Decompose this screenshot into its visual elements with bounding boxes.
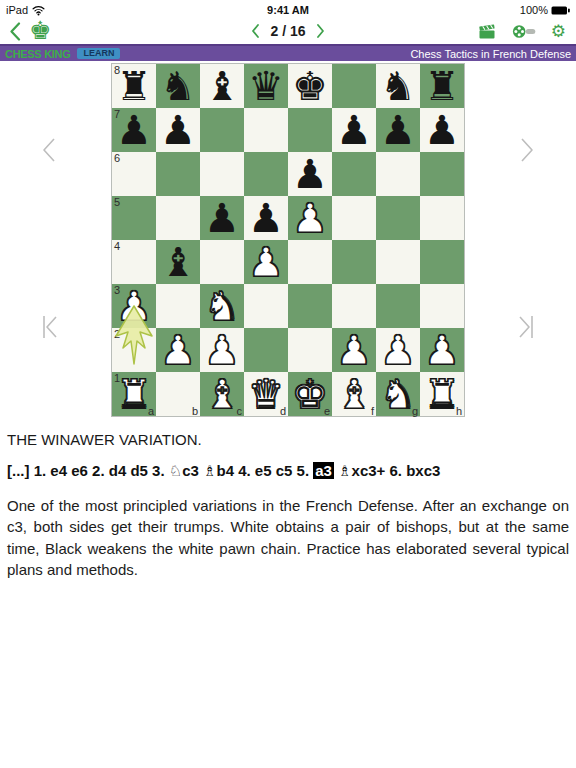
move-token: xc3+ 6. bxc3	[352, 462, 441, 479]
square-b4[interactable]: ♝	[156, 240, 200, 284]
rank-label: 6	[114, 152, 120, 164]
black-king: ♚	[292, 66, 328, 106]
square-h3[interactable]	[420, 284, 464, 328]
square-a1[interactable]: 1a♜	[112, 372, 156, 416]
pager-label: 2 / 16	[270, 23, 305, 39]
black-rook: ♜	[424, 66, 460, 106]
square-e4[interactable]	[288, 240, 332, 284]
back-chevron-icon[interactable]	[10, 22, 21, 41]
chess-king-logo-icon[interactable]: ♚	[29, 20, 51, 42]
nav-bar: ♚ 2 / 16 ⚙	[0, 18, 576, 44]
white-knight: ♞	[380, 374, 416, 414]
prev-move-icon[interactable]	[42, 137, 56, 163]
square-c3[interactable]: ♞	[200, 284, 244, 328]
rank-label: 1	[114, 372, 120, 384]
square-e7[interactable]	[288, 108, 332, 152]
rank-label: 4	[114, 240, 120, 252]
moves-line[interactable]: [...] 1. e4 e6 2. d4 d5 3. ♘c3 ♗b4 4. e5…	[7, 462, 569, 480]
black-pawn: ♟	[292, 154, 328, 194]
black-knight: ♞	[160, 66, 196, 106]
square-a6[interactable]: 6	[112, 152, 156, 196]
board-wrap: 8♜♞♝♛♚♞♜7♟♟♟♟♟6♟5♟♟♟4♝♟3♟♞2♟♟♟♟♟1a♜bc♝d♛…	[111, 63, 465, 417]
rank-label: 2	[114, 328, 120, 340]
square-d7[interactable]	[244, 108, 288, 152]
rank-label: 5	[114, 196, 120, 208]
white-pawn: ♟	[380, 330, 416, 370]
square-h8[interactable]: ♜	[420, 64, 464, 108]
square-c5[interactable]: ♟	[200, 196, 244, 240]
square-c8[interactable]: ♝	[200, 64, 244, 108]
move-token: b4 4. e5 c5 5.	[217, 462, 314, 479]
brand-logo: CHESS KING	[5, 48, 70, 60]
page-pager: 2 / 16	[251, 23, 324, 39]
move-token: ♘	[169, 462, 182, 480]
square-d3[interactable]	[244, 284, 288, 328]
square-g3[interactable]	[376, 284, 420, 328]
battery-icon	[551, 6, 570, 15]
move-token: ♗	[338, 462, 351, 480]
square-c4[interactable]	[200, 240, 244, 284]
battery-percent: 100%	[520, 4, 548, 16]
settings-gear-icon[interactable]: ⚙	[551, 23, 566, 40]
square-e5[interactable]: ♟	[288, 196, 332, 240]
square-d5[interactable]: ♟	[244, 196, 288, 240]
square-a3[interactable]: 3♟	[112, 284, 156, 328]
square-g8[interactable]: ♞	[376, 64, 420, 108]
black-pawn: ♟	[248, 198, 284, 238]
white-bishop: ♝	[336, 374, 372, 414]
next-page-icon[interactable]	[317, 24, 325, 38]
course-title: Chess Tactics in French Defense	[410, 48, 571, 60]
square-b7[interactable]: ♟	[156, 108, 200, 152]
white-pawn: ♟	[248, 242, 284, 282]
file-label: b	[192, 405, 198, 417]
white-pawn: ♟	[336, 330, 372, 370]
square-h1[interactable]: h♜	[420, 372, 464, 416]
current-move[interactable]: a3	[313, 462, 334, 479]
white-king: ♚	[292, 374, 328, 414]
file-label: g	[412, 405, 418, 417]
square-c1[interactable]: c♝	[200, 372, 244, 416]
black-knight: ♞	[380, 66, 416, 106]
square-g1[interactable]: g♞	[376, 372, 420, 416]
move-token: ♗	[203, 462, 216, 480]
white-pawn: ♟	[292, 198, 328, 238]
square-e3[interactable]	[288, 284, 332, 328]
square-f8[interactable]	[332, 64, 376, 108]
square-b3[interactable]	[156, 284, 200, 328]
square-b5[interactable]	[156, 196, 200, 240]
white-rook: ♜	[116, 374, 152, 414]
file-label: d	[280, 405, 286, 417]
move-token: [...] 1. e4 e6 2. d4 d5 3.	[7, 462, 169, 479]
first-move-icon[interactable]	[42, 315, 58, 339]
square-a2[interactable]: 2	[112, 328, 156, 372]
square-b1[interactable]: b	[156, 372, 200, 416]
file-label: f	[371, 405, 374, 417]
square-g7[interactable]: ♟	[376, 108, 420, 152]
square-g6[interactable]	[376, 152, 420, 196]
black-pawn: ♟	[160, 110, 196, 150]
square-f2[interactable]: ♟	[332, 328, 376, 372]
move-token: c3	[182, 462, 203, 479]
square-d4[interactable]: ♟	[244, 240, 288, 284]
white-pawn: ♟	[160, 330, 196, 370]
square-a5[interactable]: 5	[112, 196, 156, 240]
square-e1[interactable]: e♚	[288, 372, 332, 416]
square-d8[interactable]: ♛	[244, 64, 288, 108]
movie-clapper-icon[interactable]	[478, 23, 497, 40]
square-g4[interactable]	[376, 240, 420, 284]
learn-badge: LEARN	[77, 48, 120, 59]
white-pawn: ♟	[116, 286, 152, 326]
lesson-panel: THE WINAWER VARIATION. [...] 1. e4 e6 2.…	[0, 417, 576, 580]
square-e6[interactable]: ♟	[288, 152, 332, 196]
black-bishop: ♝	[160, 242, 196, 282]
lesson-title: THE WINAWER VARIATION.	[7, 431, 569, 448]
clock-time: 9:41 AM	[267, 4, 309, 16]
next-move-icon[interactable]	[520, 137, 534, 163]
black-pawn: ♟	[424, 110, 460, 150]
board-section: 8♜♞♝♛♚♞♜7♟♟♟♟♟6♟5♟♟♟4♝♟3♟♞2♟♟♟♟♟1a♜bc♝d♛…	[0, 63, 576, 417]
square-e2[interactable]	[288, 328, 332, 372]
square-f5[interactable]	[332, 196, 376, 240]
square-g5[interactable]	[376, 196, 420, 240]
square-f4[interactable]	[332, 240, 376, 284]
device-label: iPad	[6, 4, 28, 16]
square-c7[interactable]	[200, 108, 244, 152]
square-b8[interactable]: ♞	[156, 64, 200, 108]
black-pawn: ♟	[336, 110, 372, 150]
black-rook: ♜	[116, 66, 152, 106]
square-f7[interactable]: ♟	[332, 108, 376, 152]
square-e8[interactable]: ♚	[288, 64, 332, 108]
white-knight: ♞	[204, 286, 240, 326]
file-label: c	[237, 405, 243, 417]
black-queen: ♛	[248, 66, 284, 106]
square-d6[interactable]	[244, 152, 288, 196]
lesson-paragraph: One of the most principled variations in…	[7, 495, 569, 580]
square-a8[interactable]: 8♜	[112, 64, 156, 108]
square-d1[interactable]: d♛	[244, 372, 288, 416]
white-rook: ♜	[424, 374, 460, 414]
white-bishop: ♝	[204, 374, 240, 414]
square-g2[interactable]: ♟	[376, 328, 420, 372]
white-queen: ♛	[248, 374, 284, 414]
square-h6[interactable]	[420, 152, 464, 196]
square-h4[interactable]	[420, 240, 464, 284]
black-pawn: ♟	[380, 110, 416, 150]
square-h7[interactable]: ♟	[420, 108, 464, 152]
prev-page-icon[interactable]	[251, 24, 259, 38]
chess-board: 8♜♞♝♛♚♞♜7♟♟♟♟♟6♟5♟♟♟4♝♟3♟♞2♟♟♟♟♟1a♜bc♝d♛…	[112, 64, 464, 416]
square-h2[interactable]: ♟	[420, 328, 464, 372]
file-label: e	[324, 405, 330, 417]
square-f3[interactable]	[332, 284, 376, 328]
square-d2[interactable]	[244, 328, 288, 372]
white-pawn: ♟	[424, 330, 460, 370]
wifi-icon	[32, 5, 45, 16]
rank-label: 3	[114, 284, 120, 296]
black-pawn: ♟	[204, 198, 240, 238]
square-a7[interactable]: 7♟	[112, 108, 156, 152]
square-c2[interactable]: ♟	[200, 328, 244, 372]
last-move-icon[interactable]	[518, 315, 534, 339]
square-f6[interactable]	[332, 152, 376, 196]
rank-label: 7	[114, 108, 120, 120]
black-pawn: ♟	[116, 110, 152, 150]
square-b6[interactable]	[156, 152, 200, 196]
status-bar: iPad 9:41 AM 100%	[0, 0, 576, 18]
white-pawn: ♟	[204, 330, 240, 370]
file-label: a	[148, 405, 154, 417]
rank-label: 8	[114, 64, 120, 76]
square-a4[interactable]: 4	[112, 240, 156, 284]
film-reel-toggle-icon[interactable]	[512, 24, 536, 39]
file-label: h	[456, 405, 462, 417]
square-c6[interactable]	[200, 152, 244, 196]
black-bishop: ♝	[204, 66, 240, 106]
square-h5[interactable]	[420, 196, 464, 240]
brand-bar: CHESS KING LEARN Chess Tactics in French…	[0, 44, 576, 61]
square-b2[interactable]: ♟	[156, 328, 200, 372]
square-f1[interactable]: f♝	[332, 372, 376, 416]
